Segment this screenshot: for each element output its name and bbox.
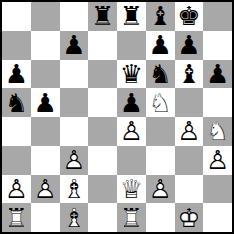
square-a8[interactable] (2, 2, 31, 31)
square-e4[interactable]: ♟♙ (117, 117, 146, 146)
square-c5[interactable] (60, 88, 89, 117)
piece-white-bishop-fill: ♝ (60, 205, 89, 231)
piece-black-pawn: ♟ (60, 32, 89, 58)
square-g7[interactable]: ♟ (175, 31, 204, 60)
piece-white-rook-fill: ♜ (117, 205, 146, 231)
square-g3[interactable] (175, 146, 204, 175)
square-b7[interactable] (31, 31, 60, 60)
square-d4[interactable] (88, 117, 117, 146)
square-e1[interactable]: ♜♖ (117, 203, 146, 232)
square-d3[interactable] (88, 146, 117, 175)
piece-white-bishop: ♗ (60, 205, 89, 231)
square-b6[interactable] (31, 60, 60, 89)
piece-white-queen: ♕ (117, 176, 146, 202)
square-g4[interactable]: ♟♙ (175, 117, 204, 146)
piece-white-knight: ♘ (203, 118, 232, 144)
square-f1[interactable] (146, 203, 175, 232)
square-b5[interactable]: ♟ (31, 88, 60, 117)
square-c7[interactable]: ♟ (60, 31, 89, 60)
square-g6[interactable]: ♝ (175, 60, 204, 89)
square-e5[interactable]: ♟ (117, 88, 146, 117)
square-c2[interactable]: ♝♗ (60, 175, 89, 204)
square-g1[interactable]: ♚♔ (175, 203, 204, 232)
square-f2[interactable]: ♟♙ (146, 175, 175, 204)
square-g5[interactable] (175, 88, 204, 117)
square-h4[interactable]: ♞♘ (203, 117, 232, 146)
square-a7[interactable] (2, 31, 31, 60)
piece-black-pawn: ♟ (117, 90, 146, 116)
square-e6[interactable]: ♛ (117, 60, 146, 89)
square-b1[interactable] (31, 203, 60, 232)
square-f6[interactable]: ♞ (146, 60, 175, 89)
square-b8[interactable] (31, 2, 60, 31)
square-c8[interactable] (60, 2, 89, 31)
piece-black-pawn: ♟ (146, 32, 175, 58)
square-h5[interactable] (203, 88, 232, 117)
piece-white-pawn-fill: ♟ (2, 176, 31, 202)
square-c1[interactable]: ♝♗ (60, 203, 89, 232)
piece-white-pawn: ♙ (31, 176, 60, 202)
square-a1[interactable]: ♜♖ (2, 203, 31, 232)
piece-white-pawn-fill: ♟ (60, 147, 89, 173)
piece-white-pawn: ♙ (60, 147, 89, 173)
square-f8[interactable]: ♝ (146, 2, 175, 31)
piece-white-knight-fill: ♞ (203, 118, 232, 144)
piece-white-king-fill: ♚ (175, 205, 204, 231)
square-f3[interactable] (146, 146, 175, 175)
square-e7[interactable] (117, 31, 146, 60)
square-e3[interactable] (117, 146, 146, 175)
piece-black-bishop: ♝ (175, 61, 204, 87)
square-h7[interactable] (203, 31, 232, 60)
square-f5[interactable]: ♞♘ (146, 88, 175, 117)
square-f4[interactable] (146, 117, 175, 146)
board-frame: ♜♜♝♚♟♟♟♟♛♞♝♟♞♟♟♞♘♟♙♟♙♞♘♟♙♟♙♟♙♟♙♝♗♛♕♟♙♜♖♝… (0, 0, 234, 234)
square-d6[interactable] (88, 60, 117, 89)
chess-board: ♜♜♝♚♟♟♟♟♛♞♝♟♞♟♟♞♘♟♙♟♙♞♘♟♙♟♙♟♙♟♙♝♗♛♕♟♙♜♖♝… (2, 2, 232, 232)
piece-black-bishop: ♝ (146, 3, 175, 29)
square-d5[interactable] (88, 88, 117, 117)
square-e8[interactable]: ♜ (117, 2, 146, 31)
piece-white-pawn-fill: ♟ (146, 176, 175, 202)
piece-white-knight-fill: ♞ (146, 90, 175, 116)
piece-white-bishop: ♗ (60, 176, 89, 202)
square-h3[interactable]: ♟♙ (203, 146, 232, 175)
square-a3[interactable] (2, 146, 31, 175)
piece-white-pawn: ♙ (175, 118, 204, 144)
square-g8[interactable]: ♚ (175, 2, 204, 31)
square-a5[interactable]: ♞ (2, 88, 31, 117)
square-d7[interactable] (88, 31, 117, 60)
piece-white-pawn: ♙ (117, 118, 146, 144)
piece-black-rook: ♜ (117, 3, 146, 29)
piece-white-queen-fill: ♛ (117, 176, 146, 202)
square-d8[interactable]: ♜ (88, 2, 117, 31)
piece-black-knight: ♞ (2, 90, 31, 116)
piece-white-pawn: ♙ (146, 176, 175, 202)
piece-white-king: ♔ (175, 205, 204, 231)
piece-black-pawn: ♟ (31, 90, 60, 116)
square-g2[interactable] (175, 175, 204, 204)
piece-black-rook: ♜ (88, 3, 117, 29)
square-a6[interactable]: ♟ (2, 60, 31, 89)
piece-white-knight: ♘ (146, 90, 175, 116)
square-a2[interactable]: ♟♙ (2, 175, 31, 204)
square-b2[interactable]: ♟♙ (31, 175, 60, 204)
piece-white-pawn: ♙ (203, 147, 232, 173)
square-a4[interactable] (2, 117, 31, 146)
piece-white-bishop-fill: ♝ (60, 176, 89, 202)
square-f7[interactable]: ♟ (146, 31, 175, 60)
square-c4[interactable] (60, 117, 89, 146)
square-h1[interactable] (203, 203, 232, 232)
piece-black-pawn: ♟ (203, 61, 232, 87)
square-c3[interactable]: ♟♙ (60, 146, 89, 175)
piece-white-rook: ♖ (2, 205, 31, 231)
square-d1[interactable] (88, 203, 117, 232)
piece-white-rook: ♖ (117, 205, 146, 231)
piece-black-queen: ♛ (117, 61, 146, 87)
square-d2[interactable] (88, 175, 117, 204)
square-h6[interactable]: ♟ (203, 60, 232, 89)
piece-black-pawn: ♟ (2, 61, 31, 87)
piece-black-pawn: ♟ (175, 32, 204, 58)
piece-white-pawn: ♙ (2, 176, 31, 202)
square-b4[interactable] (31, 117, 60, 146)
square-b3[interactable] (31, 146, 60, 175)
square-e2[interactable]: ♛♕ (117, 175, 146, 204)
piece-white-pawn-fill: ♟ (203, 147, 232, 173)
piece-white-pawn-fill: ♟ (31, 176, 60, 202)
piece-black-king: ♚ (175, 3, 204, 29)
square-h2[interactable] (203, 175, 232, 204)
square-h8[interactable] (203, 2, 232, 31)
piece-white-rook-fill: ♜ (2, 205, 31, 231)
piece-white-pawn-fill: ♟ (117, 118, 146, 144)
piece-white-pawn-fill: ♟ (175, 118, 204, 144)
square-c6[interactable] (60, 60, 89, 89)
piece-black-knight: ♞ (146, 61, 175, 87)
